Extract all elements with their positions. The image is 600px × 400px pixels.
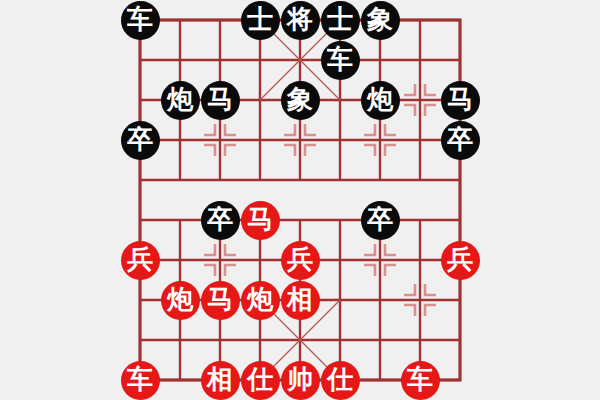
piece-black-chariot[interactable]: 车 (121, 1, 160, 40)
piece-black-chariot[interactable]: 车 (321, 41, 360, 80)
piece-red-elephant[interactable]: 相 (281, 281, 320, 320)
piece-black-soldier[interactable]: 卒 (441, 121, 480, 160)
piece-red-advisor[interactable]: 仕 (321, 361, 360, 400)
piece-black-advisor[interactable]: 士 (321, 1, 360, 40)
piece-red-soldier[interactable]: 兵 (281, 241, 320, 280)
piece-black-advisor[interactable]: 士 (241, 1, 280, 40)
piece-red-soldier[interactable]: 兵 (441, 241, 480, 280)
piece-black-soldier[interactable]: 卒 (361, 201, 400, 240)
piece-red-soldier[interactable]: 兵 (121, 241, 160, 280)
piece-black-cannon[interactable]: 炮 (361, 81, 400, 120)
piece-black-horse[interactable]: 马 (201, 81, 240, 120)
xiangqi-board: 车士将士象车炮马象炮马卒卒卒卒马兵兵兵炮马炮相车相仕帅仕车 (0, 0, 600, 400)
piece-red-horse[interactable]: 马 (241, 201, 280, 240)
piece-red-chariot[interactable]: 车 (401, 361, 440, 400)
piece-red-elephant[interactable]: 相 (201, 361, 240, 400)
piece-red-general[interactable]: 帅 (281, 361, 320, 400)
piece-black-horse[interactable]: 马 (441, 81, 480, 120)
piece-black-soldier[interactable]: 卒 (121, 121, 160, 160)
piece-black-cannon[interactable]: 炮 (161, 81, 200, 120)
piece-black-general[interactable]: 将 (281, 1, 320, 40)
piece-red-chariot[interactable]: 车 (121, 361, 160, 400)
piece-red-advisor[interactable]: 仕 (241, 361, 280, 400)
pieces-layer: 车士将士象车炮马象炮马卒卒卒卒马兵兵兵炮马炮相车相仕帅仕车 (120, 0, 480, 400)
piece-black-elephant[interactable]: 象 (281, 81, 320, 120)
piece-red-cannon[interactable]: 炮 (161, 281, 200, 320)
piece-red-horse[interactable]: 马 (201, 281, 240, 320)
piece-red-cannon[interactable]: 炮 (241, 281, 280, 320)
piece-black-elephant[interactable]: 象 (361, 1, 400, 40)
piece-black-soldier[interactable]: 卒 (201, 201, 240, 240)
